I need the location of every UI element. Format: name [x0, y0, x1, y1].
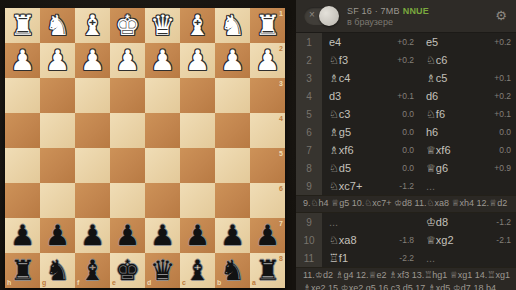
move-row-8-7: 8♘d50.0♕g6+0.9: [296, 159, 516, 177]
nnue-badge: NNUE: [403, 6, 429, 16]
black-move-cell[interactable]: e5+0.2: [419, 33, 516, 51]
white-move-san: ♖f1: [329, 252, 395, 265]
engine-name-text: SF 16 · 7MB: [347, 6, 400, 16]
white-move-cell[interactable]: ...: [322, 213, 419, 231]
rank-label-3: 3: [279, 80, 283, 87]
black-move-san: ♕g6: [426, 162, 490, 175]
white-piece-h2: ♟: [5, 43, 40, 78]
white-piece-g2: ♟: [40, 43, 75, 78]
board-area: ♜♞♝♚♛♝♞♜1♟♟♟♟♟♟♟♟23456♟♟♟♟♟♟♟♟7♜h♞g♝f♚e♛…: [0, 0, 296, 290]
black-move-eval: +0.1: [494, 73, 511, 83]
square-d6[interactable]: [145, 183, 180, 218]
white-piece-f2: ♟: [75, 43, 110, 78]
file-label-h: h: [7, 279, 11, 286]
move-number: 6: [296, 123, 322, 141]
square-g5[interactable]: [40, 148, 75, 183]
square-a1[interactable]: ♜1: [250, 8, 285, 43]
square-e5[interactable]: [110, 148, 145, 183]
square-b1[interactable]: ♞: [215, 8, 250, 43]
white-move-eval: -1.2: [399, 181, 414, 191]
black-piece-f7: ♟: [75, 218, 110, 253]
square-e4[interactable]: [110, 113, 145, 148]
black-move-cell[interactable]: ♘f6+0.1: [419, 105, 516, 123]
black-piece-g7: ♟: [40, 218, 75, 253]
file-label-c: c: [182, 279, 186, 286]
white-move-eval: +0.2: [397, 37, 414, 47]
square-g3[interactable]: [40, 78, 75, 113]
black-move-san: h6: [426, 126, 495, 138]
square-d8[interactable]: ♛d: [145, 253, 180, 288]
variation-line[interactable]: 11.♔d2 ♗g4 12.♕e2 ♗xf3 13.♖hg1 ♕xg1 14.♖…: [296, 267, 516, 290]
square-b5[interactable]: [215, 148, 250, 183]
black-move-cell[interactable]: ♘c6: [419, 51, 516, 69]
black-move-san: ♗c5: [426, 72, 490, 85]
black-move-san: ♘c6: [426, 54, 507, 67]
square-c7[interactable]: ♟: [180, 218, 215, 253]
white-move-san: ♘c3: [329, 108, 398, 121]
white-piece-b1: ♞: [215, 8, 250, 43]
move-row-3-2: 3♗c4♗c5+0.1: [296, 69, 516, 87]
square-b2[interactable]: ♟: [215, 43, 250, 78]
square-f7[interactable]: ♟: [75, 218, 110, 253]
black-move-cell[interactable]: h60.0: [419, 123, 516, 141]
black-move-cell[interactable]: d6+0.2: [419, 87, 516, 105]
engine-name: SF 16 · 7MBNNUE: [347, 6, 516, 16]
white-piece-e1: ♚: [110, 8, 145, 43]
white-move-eval: +0.1: [397, 91, 414, 101]
white-move-cell[interactable]: ♗xf60.0: [322, 141, 419, 159]
square-g1[interactable]: ♞: [40, 8, 75, 43]
black-piece-c7: ♟: [180, 218, 215, 253]
move-number: 3: [296, 69, 322, 87]
move-number: 7: [296, 141, 322, 159]
move-row-7-6: 7♗xf60.0♕xf60.0: [296, 141, 516, 159]
move-row-2-1: 2♘f3+0.2♘c6: [296, 51, 516, 69]
square-g2[interactable]: ♟: [40, 43, 75, 78]
engine-toggle[interactable]: ×: [304, 7, 338, 25]
toggle-off-icon: ×: [309, 10, 315, 20]
white-piece-f1: ♝: [75, 8, 110, 43]
square-e6[interactable]: [110, 183, 145, 218]
file-label-d: d: [147, 279, 151, 286]
square-b6[interactable]: [215, 183, 250, 218]
white-move-san: ♘xa8: [329, 234, 395, 247]
square-c4[interactable]: [180, 113, 215, 148]
white-move-eval: -1.8: [399, 235, 414, 245]
square-g8[interactable]: ♞g: [40, 253, 75, 288]
square-f3[interactable]: [75, 78, 110, 113]
white-move-cell[interactable]: ♘c30.0: [322, 105, 419, 123]
square-h8[interactable]: ♜h: [5, 253, 40, 288]
chess-board: ♜♞♝♚♛♝♞♜1♟♟♟♟♟♟♟♟23456♟♟♟♟♟♟♟♟7♜h♞g♝f♚e♛…: [5, 8, 285, 288]
move-number: 4: [296, 87, 322, 105]
move-number: 8: [296, 159, 322, 177]
move-row-6-5: 6♗g50.0h60.0: [296, 123, 516, 141]
lichess-analysis-window: ♜♞♝♚♛♝♞♜1♟♟♟♟♟♟♟♟23456♟♟♟♟♟♟♟♟7♜h♞g♝f♚e♛…: [0, 0, 516, 290]
square-a5[interactable]: 5: [250, 148, 285, 183]
square-g4[interactable]: [40, 113, 75, 148]
analysis-panel: × SF 16 · 7MBNNUE в браузере ⚙ 1e4+0.2e5…: [296, 0, 516, 290]
square-d7[interactable]: ♟: [145, 218, 180, 253]
toggle-knob-icon[interactable]: [319, 6, 339, 26]
move-row-9-8: 9♘xc7+-1.2...: [296, 177, 516, 195]
move-number: 9: [296, 177, 322, 195]
white-move-cell[interactable]: d3+0.1: [322, 87, 419, 105]
square-h5[interactable]: [5, 148, 40, 183]
file-label-a: a: [252, 279, 256, 286]
black-piece-d7: ♟: [145, 218, 180, 253]
black-move-san: ...: [426, 252, 507, 264]
square-d4[interactable]: [145, 113, 180, 148]
move-number: 1: [296, 33, 322, 51]
white-move-cell[interactable]: ♖f1-2.2: [322, 249, 419, 267]
white-move-san: ♘d5: [329, 162, 398, 175]
black-move-eval: +0.9: [494, 163, 511, 173]
square-e3[interactable]: [110, 78, 145, 113]
move-number: 9: [296, 213, 322, 231]
square-a6[interactable]: 6: [250, 183, 285, 218]
black-move-eval: -1.2: [496, 217, 511, 227]
square-d5[interactable]: [145, 148, 180, 183]
black-move-eval: -2.1: [496, 235, 511, 245]
square-f2[interactable]: ♟: [75, 43, 110, 78]
square-c3[interactable]: [180, 78, 215, 113]
square-h3[interactable]: [5, 78, 40, 113]
move-row-10-11: 10♘xa8-1.8♕xg2-2.1: [296, 231, 516, 249]
square-b8[interactable]: ♞b: [215, 253, 250, 288]
black-move-eval: 0.0: [499, 127, 511, 137]
white-piece-g1: ♞: [40, 8, 75, 43]
move-row-5-4: 5♘c30.0♘f6+0.1: [296, 105, 516, 123]
square-f8[interactable]: ♝f: [75, 253, 110, 288]
black-move-eval: +0.1: [494, 109, 511, 119]
square-c1[interactable]: ♝: [180, 8, 215, 43]
engine-info: SF 16 · 7MBNNUE в браузере: [347, 6, 516, 27]
white-move-cell[interactable]: ♘xa8-1.8: [322, 231, 419, 249]
black-move-san: ♘f6: [426, 108, 490, 121]
black-move-eval: +0.2: [494, 37, 511, 47]
white-move-eval: 0.0: [402, 127, 414, 137]
white-move-san: ♗g5: [329, 126, 398, 139]
black-move-cell[interactable]: ♕xf60.0: [419, 141, 516, 159]
square-e8[interactable]: ♚e: [110, 253, 145, 288]
square-f6[interactable]: [75, 183, 110, 218]
square-c2[interactable]: ♟: [180, 43, 215, 78]
white-move-san: ♘xc7+: [329, 180, 395, 193]
white-piece-h1: ♜: [5, 8, 40, 43]
file-label-g: g: [42, 279, 46, 286]
gear-icon[interactable]: ⚙: [495, 9, 507, 22]
square-h1[interactable]: ♜: [5, 8, 40, 43]
black-move-san: e5: [426, 36, 490, 48]
engine-subtitle: в браузере: [347, 17, 516, 27]
black-piece-h7: ♟: [5, 218, 40, 253]
square-e1[interactable]: ♚: [110, 8, 145, 43]
black-move-san: ♕xg2: [426, 234, 492, 247]
black-piece-f8: ♝: [75, 253, 110, 288]
rank-label-8: 8: [279, 255, 283, 262]
square-h4[interactable]: [5, 113, 40, 148]
white-move-san: ♗xf6: [329, 144, 398, 157]
file-label-b: b: [217, 279, 221, 286]
white-piece-c2: ♟: [180, 43, 215, 78]
move-row-9-10: 9...♔d8-1.2: [296, 213, 516, 231]
square-a2[interactable]: ♟2: [250, 43, 285, 78]
square-f1[interactable]: ♝: [75, 8, 110, 43]
square-a3[interactable]: 3: [250, 78, 285, 113]
square-b3[interactable]: [215, 78, 250, 113]
square-g7[interactable]: ♟: [40, 218, 75, 253]
white-piece-d2: ♟: [145, 43, 180, 78]
square-c6[interactable]: [180, 183, 215, 218]
rank-label-4: 4: [279, 115, 283, 122]
white-move-cell[interactable]: ♘f3+0.2: [322, 51, 419, 69]
white-move-cell[interactable]: ♘d50.0: [322, 159, 419, 177]
white-move-eval: 0.0: [402, 145, 414, 155]
move-list: 1e4+0.2e5+0.22♘f3+0.2♘c63♗c4♗c5+0.14d3+0…: [296, 33, 516, 290]
square-h7[interactable]: ♟: [5, 218, 40, 253]
black-move-eval: +0.2: [494, 91, 511, 101]
white-piece-c1: ♝: [180, 8, 215, 43]
black-move-san: ♕xf6: [426, 144, 495, 157]
square-h6[interactable]: [5, 183, 40, 218]
square-d1[interactable]: ♛: [145, 8, 180, 43]
square-d2[interactable]: ♟: [145, 43, 180, 78]
engine-header: × SF 16 · 7MBNNUE в браузере ⚙: [296, 0, 516, 33]
move-number: 2: [296, 51, 322, 69]
white-piece-b2: ♟: [215, 43, 250, 78]
white-move-eval: +0.2: [397, 55, 414, 65]
move-number: 5: [296, 105, 322, 123]
black-move-eval: 0.0: [499, 145, 511, 155]
move-row-4-3: 4d3+0.1d6+0.2: [296, 87, 516, 105]
move-number: 10: [296, 231, 322, 249]
black-move-san: ♔d8: [426, 216, 492, 229]
black-move-san: d6: [426, 90, 490, 102]
square-h2[interactable]: ♟: [5, 43, 40, 78]
black-piece-e7: ♟: [110, 218, 145, 253]
square-e7[interactable]: ♟: [110, 218, 145, 253]
file-label-e: e: [112, 279, 116, 286]
square-a8[interactable]: ♜8a: [250, 253, 285, 288]
square-f5[interactable]: [75, 148, 110, 183]
black-move-cell[interactable]: ...: [419, 249, 516, 267]
white-move-san: ...: [329, 216, 410, 228]
white-move-san: e4: [329, 36, 393, 48]
rank-label-5: 5: [279, 150, 283, 157]
white-move-cell[interactable]: e4+0.2: [322, 33, 419, 51]
white-move-eval: 0.0: [402, 163, 414, 173]
black-move-cell[interactable]: ...: [419, 177, 516, 195]
rank-label-6: 6: [279, 185, 283, 192]
black-move-cell[interactable]: ♕g6+0.9: [419, 159, 516, 177]
square-c8[interactable]: ♝c: [180, 253, 215, 288]
white-move-san: d3: [329, 90, 393, 102]
square-e2[interactable]: ♟: [110, 43, 145, 78]
square-b7[interactable]: ♟: [215, 218, 250, 253]
move-row-1-0: 1e4+0.2e5+0.2: [296, 33, 516, 51]
move-row-11-12: 11♖f1-2.2...: [296, 249, 516, 267]
white-move-cell[interactable]: ♘xc7+-1.2: [322, 177, 419, 195]
white-move-cell[interactable]: ♗g50.0: [322, 123, 419, 141]
white-move-san: ♗c4: [329, 72, 410, 85]
black-move-cell[interactable]: ♔d8-1.2: [419, 213, 516, 231]
black-move-cell[interactable]: ♕xg2-2.1: [419, 231, 516, 249]
black-move-cell[interactable]: ♗c5+0.1: [419, 69, 516, 87]
black-piece-b7: ♟: [215, 218, 250, 253]
square-d3[interactable]: [145, 78, 180, 113]
rank-label-2: 2: [279, 45, 283, 52]
rank-label-1: 1: [279, 10, 283, 17]
file-label-f: f: [77, 279, 79, 286]
square-c5[interactable]: [180, 148, 215, 183]
white-move-eval: 0.0: [402, 109, 414, 119]
rank-label-7: 7: [279, 220, 283, 227]
square-b4[interactable]: [215, 113, 250, 148]
variation-line[interactable]: 9.♘h4 ♕g5 10.♘xc7+ ♔d8 11.♘xa8 ♕xh4 12.♕…: [296, 195, 516, 213]
white-move-cell[interactable]: ♗c4: [322, 69, 419, 87]
white-piece-d1: ♛: [145, 8, 180, 43]
white-piece-e2: ♟: [110, 43, 145, 78]
white-move-san: ♘f3: [329, 54, 393, 67]
white-move-eval: -2.2: [399, 253, 414, 263]
square-a4[interactable]: 4: [250, 113, 285, 148]
square-a7[interactable]: ♟7: [250, 218, 285, 253]
square-g6[interactable]: [40, 183, 75, 218]
move-number: 11: [296, 249, 322, 267]
square-f4[interactable]: [75, 113, 110, 148]
black-move-san: ...: [426, 180, 507, 192]
